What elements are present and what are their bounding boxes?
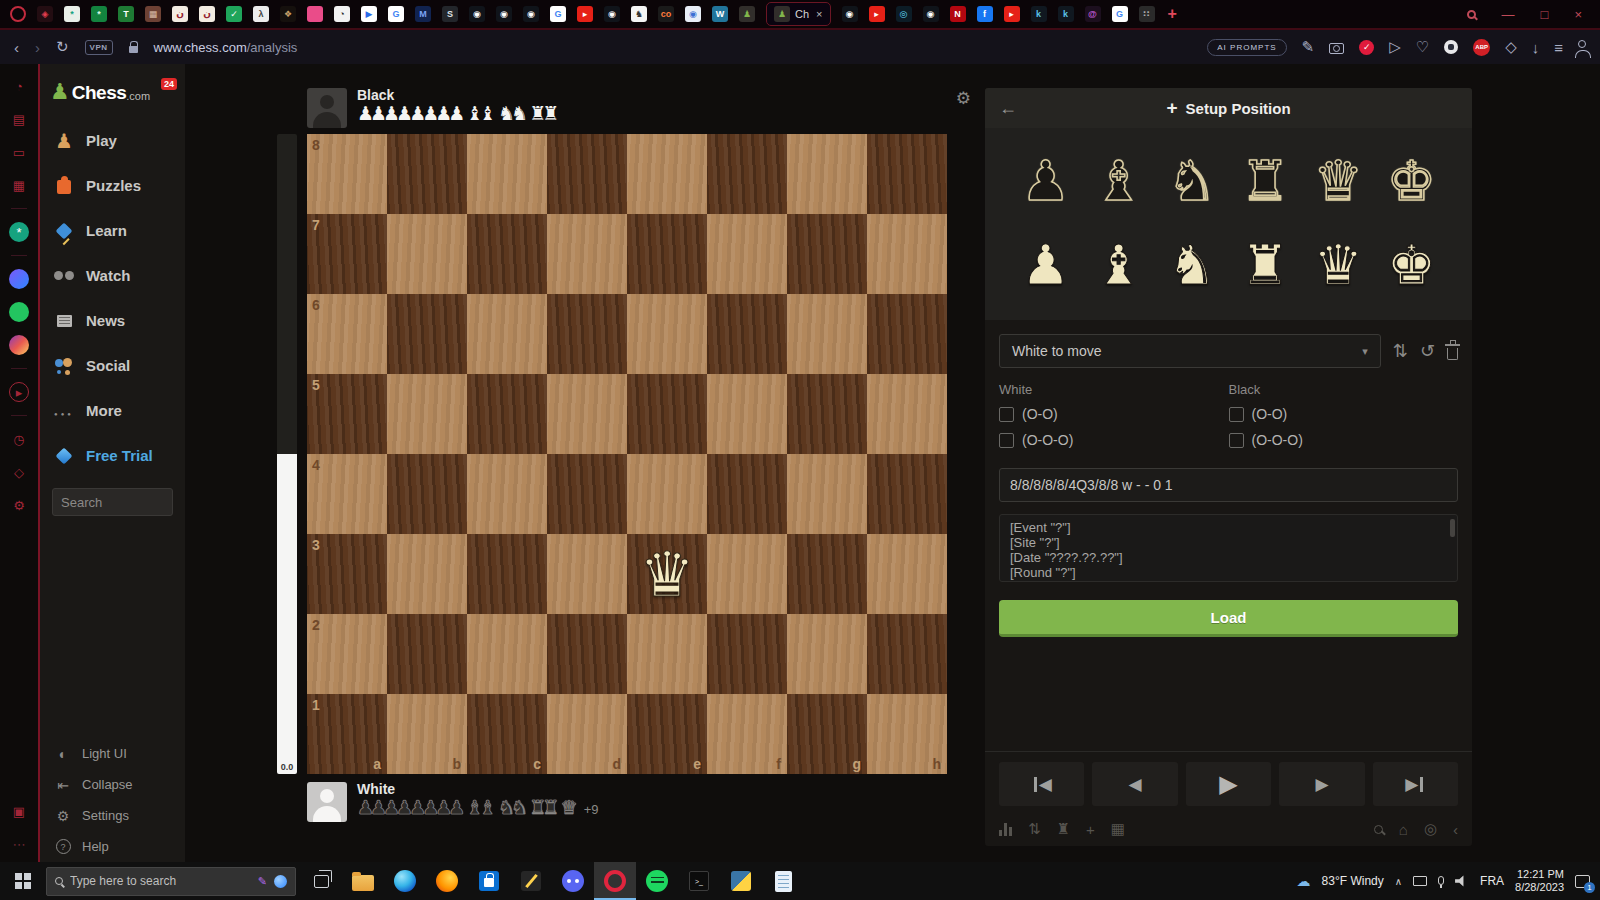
square-e3[interactable]: ♛	[627, 534, 707, 614]
browser-tab[interactable]: G	[388, 6, 404, 22]
pen-app-button[interactable]	[510, 862, 552, 900]
file-label: f	[776, 756, 781, 772]
browser-tab[interactable]: ◉	[604, 6, 620, 22]
browser-tab[interactable]	[307, 6, 323, 22]
snapshot-camera-icon[interactable]	[1329, 43, 1344, 54]
pieces-setup-icon[interactable]: ♜	[1057, 820, 1070, 838]
browser-tab[interactable]: ▸	[1004, 6, 1020, 22]
palette-black-queen[interactable]: ♛	[1302, 144, 1375, 218]
sidebar-footer-label: Settings	[82, 808, 129, 823]
send-icon[interactable]: ▷	[1389, 38, 1401, 56]
close-button[interactable]: ×	[1574, 7, 1582, 22]
bar	[1009, 827, 1012, 836]
browser-tab[interactable]: co	[658, 6, 674, 22]
installer-button[interactable]	[720, 862, 762, 900]
instagram-icon[interactable]	[9, 335, 29, 355]
spotify-button[interactable]	[636, 862, 678, 900]
rail-more-icon[interactable]: ⋯	[9, 834, 29, 854]
square-h1[interactable]: h	[867, 694, 947, 774]
checkbox[interactable]	[999, 433, 1014, 448]
square-a7[interactable]: 7	[307, 214, 387, 294]
tab-favicon: *	[64, 6, 80, 22]
browser-tab[interactable]: k	[1058, 6, 1074, 22]
file-label: c	[533, 756, 541, 772]
forward-icon[interactable]: ›	[35, 39, 40, 56]
square-a4[interactable]: 4	[307, 454, 387, 534]
reload-icon[interactable]: ↻	[56, 38, 69, 56]
browser-tab[interactable]: ◉	[923, 6, 939, 22]
whatsapp-icon[interactable]	[9, 302, 29, 322]
nav-play-button[interactable]: ▶	[1186, 762, 1271, 806]
square-c8[interactable]	[467, 134, 547, 214]
square-d7[interactable]	[547, 214, 627, 294]
square-h5[interactable]	[867, 374, 947, 454]
square-c5[interactable]	[467, 374, 547, 454]
palette-piece-glyph: ♛	[1314, 228, 1363, 302]
square-a3[interactable]: 3	[307, 534, 387, 614]
download-icon[interactable]: ↓	[1532, 39, 1540, 56]
task-view-button[interactable]	[300, 862, 342, 900]
tab-favicon: ن	[199, 6, 215, 22]
evaluation-icon[interactable]	[999, 823, 1012, 836]
chesscom-logo[interactable]: ♟ Chess .com 24	[40, 78, 185, 118]
plus-icon: +	[1166, 97, 1177, 119]
tab-favicon: k	[1031, 6, 1047, 22]
rail-divider	[11, 415, 27, 416]
start-button[interactable]	[0, 862, 46, 900]
cube-icon[interactable]: ◇	[1505, 38, 1517, 56]
edit-icon[interactable]: ✎	[1302, 38, 1315, 56]
notepad-button-icon	[775, 871, 792, 892]
palette-piece-glyph: ♝	[1094, 144, 1143, 218]
tab-favicon: ◉	[604, 6, 620, 22]
palette-white-king[interactable]: ♚	[1375, 228, 1448, 302]
turn-row: White to move ▾ ⇅ ↺	[999, 334, 1458, 368]
history-icon[interactable]: ◷	[9, 429, 29, 449]
sidebar-item-label: More	[86, 402, 122, 419]
square-g7[interactable]	[787, 214, 867, 294]
gx-corner-icon[interactable]: ◔	[9, 76, 29, 96]
square-d6[interactable]	[547, 294, 627, 374]
square-b4[interactable]	[387, 454, 467, 534]
maximize-button[interactable]: □	[1541, 7, 1549, 22]
square-c1[interactable]: c	[467, 694, 547, 774]
firefox-button[interactable]	[426, 862, 468, 900]
opera-logo[interactable]	[10, 6, 26, 22]
turn-dropdown[interactable]: White to move ▾	[999, 334, 1381, 368]
tab-favicon: λ	[253, 6, 269, 22]
tab-favicon: ✓	[226, 6, 242, 22]
square-f2[interactable]	[707, 614, 787, 694]
square-g4[interactable]	[787, 454, 867, 534]
palette-white-bishop[interactable]: ♝	[1082, 228, 1155, 302]
board-settings-gear-icon[interactable]: ⚙	[956, 88, 971, 109]
back-arrow-icon[interactable]: ←	[999, 98, 1017, 119]
square-e4[interactable]	[627, 454, 707, 534]
castling-white-label: White	[999, 382, 1229, 397]
square-e6[interactable]	[627, 294, 707, 374]
tab-close-icon[interactable]: ×	[816, 8, 822, 20]
tab-favicon: ▦	[145, 6, 161, 22]
square-f1[interactable]: f	[707, 694, 787, 774]
square-b7[interactable]	[387, 214, 467, 294]
opera-button[interactable]	[594, 862, 636, 900]
extensions-icon[interactable]: ◇	[9, 462, 29, 482]
square-e8[interactable]	[627, 134, 707, 214]
square-d1[interactable]: d	[547, 694, 627, 774]
pgn-textarea[interactable]: [Event "?"] [Site "?"] [Date "????.??.??…	[999, 514, 1458, 582]
browser-tab[interactable]: ▸	[577, 6, 593, 22]
square-b2[interactable]	[387, 614, 467, 694]
tab-favicon: G	[1112, 6, 1128, 22]
settings-rail-icon[interactable]: ⚙	[9, 495, 29, 515]
browser-tab[interactable]: ◉	[523, 6, 539, 22]
square-g6[interactable]	[787, 294, 867, 374]
sidebar-item-play[interactable]: ♟Play	[40, 118, 185, 163]
notification-center-icon[interactable]: 1	[1575, 875, 1590, 888]
browser-tab[interactable]: ◈	[37, 6, 53, 22]
white-queenside-castle[interactable]: (O-O-O)	[999, 432, 1229, 448]
square-b1[interactable]: b	[387, 694, 467, 774]
browser-tab[interactable]: ▶	[361, 6, 377, 22]
search-input[interactable]	[52, 488, 173, 516]
notification-count: 1	[1584, 882, 1595, 893]
browser-tab[interactable]: ❖	[280, 6, 296, 22]
tab-favicon: @	[1085, 6, 1101, 22]
palette-piece-glyph: ♚	[1387, 144, 1436, 218]
square-f4[interactable]	[707, 454, 787, 534]
bar	[1004, 823, 1007, 836]
nav-end-button[interactable]: ▶	[1373, 762, 1458, 806]
tab-killer-icon[interactable]: ▦	[9, 175, 29, 195]
square-g1[interactable]: g	[787, 694, 867, 774]
load-button[interactable]: Load	[999, 600, 1458, 637]
sidebar-item-learn[interactable]: Learn	[40, 208, 185, 253]
square-e2[interactable]	[627, 614, 707, 694]
extension-check-icon[interactable]: ✓	[1359, 40, 1374, 55]
square-f3[interactable]	[707, 534, 787, 614]
square-f8[interactable]	[707, 134, 787, 214]
sidebar-item-label: Learn	[86, 222, 127, 239]
heart-icon[interactable]: ♡	[1416, 38, 1429, 56]
browser-tab[interactable]: ن	[199, 6, 215, 22]
page-content: ◔▤▭▦*▸◷◇⚙▣⋯ ♟ Chess .com 24 ♟Play Puzzle…	[0, 64, 1600, 862]
zoom-icon[interactable]	[1374, 825, 1383, 834]
sidebar-item-more[interactable]: More	[40, 388, 185, 433]
square-c4[interactable]	[467, 454, 547, 534]
square-a8[interactable]: 8	[307, 134, 387, 214]
browser-tab[interactable]: ◔	[334, 6, 350, 22]
flip-setup-icon[interactable]: ⇅	[1393, 340, 1408, 362]
tab-favicon: W	[712, 6, 728, 22]
trash-icon[interactable]	[1447, 348, 1458, 360]
player-icon[interactable]: ▸	[9, 382, 29, 402]
browser-tab[interactable]: ◎	[896, 6, 912, 22]
reset-icon[interactable]: ↺	[1420, 340, 1435, 362]
learn-icon	[56, 222, 73, 239]
taskbar-search-input[interactable]	[70, 874, 251, 888]
palette-black-rook[interactable]: ♜	[1228, 144, 1301, 218]
square-a5[interactable]: 5	[307, 374, 387, 454]
ai-prompts-button[interactable]: AI PROMPTS	[1207, 39, 1286, 56]
adblock-icon[interactable]: ABP	[1473, 39, 1490, 56]
square-e1[interactable]: e	[627, 694, 707, 774]
logo-text: Chess	[72, 82, 127, 104]
pen-app-button-icon	[521, 871, 541, 891]
square-d2[interactable]	[547, 614, 627, 694]
sidebar-item-help[interactable]: ?Help	[40, 831, 185, 862]
snapshot-icon[interactable]: ▣	[9, 801, 29, 821]
palette-white-pawn[interactable]: ♟	[1009, 228, 1082, 302]
microphone-icon[interactable]	[1438, 876, 1444, 885]
rank-label: 5	[312, 377, 320, 393]
browser-tab[interactable]: G	[550, 6, 566, 22]
sidebar-item-collapse[interactable]: ⇤Collapse	[40, 769, 185, 800]
tab-favicon: co	[658, 6, 674, 22]
search-icon	[55, 877, 63, 885]
black-kingside-castle[interactable]: (O-O)	[1229, 406, 1459, 422]
square-e7[interactable]	[627, 214, 707, 294]
sidebar-item-label: News	[86, 312, 125, 329]
browser-tab[interactable]: ◉	[469, 6, 485, 22]
store-button[interactable]	[468, 862, 510, 900]
browser-tab[interactable]: ▦	[145, 6, 161, 22]
checkbox[interactable]	[999, 407, 1014, 422]
panel-header: ← + Setup Position	[985, 88, 1472, 128]
browser-tab[interactable]: ♟	[739, 6, 755, 22]
twitch-icon[interactable]: ▭	[9, 142, 29, 162]
installer-button-icon	[731, 871, 751, 891]
panel-title: Setup Position	[1186, 100, 1291, 117]
nav-glyph: ▶	[1219, 770, 1237, 798]
square-a6[interactable]: 6	[307, 294, 387, 374]
square-b6[interactable]	[387, 294, 467, 374]
square-d5[interactable]	[547, 374, 627, 454]
square-h2[interactable]	[867, 614, 947, 694]
sliders-icon[interactable]: ≡	[1554, 39, 1563, 56]
profile-icon[interactable]	[1578, 40, 1586, 48]
extension-icon[interactable]	[1444, 40, 1458, 54]
file-label: b	[452, 756, 461, 772]
weather-text[interactable]: 83°F Windy	[1322, 874, 1384, 888]
white-kingside-castle[interactable]: (O-O)	[999, 406, 1229, 422]
rail-divider	[11, 255, 27, 256]
easy-files-icon[interactable]: ▤	[9, 109, 29, 129]
palette-piece-glyph: ♞	[1167, 144, 1216, 218]
square-h3[interactable]	[867, 534, 947, 614]
square-g5[interactable]	[787, 374, 867, 454]
browser-tab[interactable]: ✓	[226, 6, 242, 22]
rank-label: 2	[312, 617, 320, 633]
palette-black-king[interactable]: ♚	[1375, 144, 1448, 218]
sidebar-item-free-trial[interactable]: Free Trial	[40, 433, 185, 478]
help-icon: ?	[56, 839, 71, 854]
browser-tab[interactable]: f	[977, 6, 993, 22]
chess-sidebar: ♟ Chess .com 24 ♟Play Puzzles Learn Watc…	[40, 64, 185, 862]
checkbox[interactable]	[1229, 433, 1244, 448]
square-g3[interactable]	[787, 534, 867, 614]
tab-favicon: ♟	[774, 6, 790, 22]
square-h7[interactable]	[867, 214, 947, 294]
square-b3[interactable]	[387, 534, 467, 614]
browser-tab[interactable]: ∷	[1139, 6, 1155, 22]
square-f6[interactable]	[707, 294, 787, 374]
browser-tab[interactable]: ◉	[496, 6, 512, 22]
browser-tab[interactable]: ◉	[842, 6, 858, 22]
browser-tab[interactable]: ◉	[685, 6, 701, 22]
square-a1[interactable]: 1a	[307, 694, 387, 774]
browser-tab[interactable]: ▸	[869, 6, 885, 22]
browser-tab[interactable]: M	[415, 6, 431, 22]
edge-button[interactable]	[384, 862, 426, 900]
chatgpt-icon[interactable]: *	[9, 222, 29, 242]
back-icon[interactable]: ‹	[14, 39, 19, 56]
browser-tab[interactable]: λ	[253, 6, 269, 22]
square-h8[interactable]	[867, 134, 947, 214]
collapse-icon: ⇤	[54, 777, 72, 793]
browser-tab[interactable]: S	[442, 6, 458, 22]
material-score: +9	[584, 799, 599, 821]
palette-white-knight[interactable]: ♞	[1155, 228, 1228, 302]
browser-tab[interactable]: T	[118, 6, 134, 22]
address-bar[interactable]: www.chess.com/analysis	[154, 40, 298, 55]
puzzles-icon	[57, 180, 71, 194]
square-h4[interactable]	[867, 454, 947, 534]
sidebar-item-label: Social	[86, 357, 130, 374]
setup-controls: White to move ▾ ⇅ ↺ White (O-O) (O-O-O) …	[985, 320, 1472, 651]
black-queenside-castle[interactable]: (O-O-O)	[1229, 432, 1459, 448]
tab-favicon: ◉	[469, 6, 485, 22]
browser-tab[interactable]: k	[1031, 6, 1047, 22]
square-e5[interactable]	[627, 374, 707, 454]
black-avatar[interactable]	[307, 88, 347, 128]
square-d8[interactable]	[547, 134, 627, 214]
browser-tab[interactable]: *	[91, 6, 107, 22]
pen-sparkle-icon: ✎	[258, 875, 267, 888]
util-row: ⇅♜+▦ ⌂◎‹	[999, 820, 1458, 838]
nav-controls: ◀◀▶▶▶	[999, 762, 1458, 806]
sidebar-item-watch[interactable]: Watch	[40, 253, 185, 298]
tab-favicon: G	[550, 6, 566, 22]
vpn-badge[interactable]: VPN	[85, 40, 113, 55]
weather-icon[interactable]: ☁	[1297, 873, 1311, 889]
browser-tab[interactable]: ♞	[631, 6, 647, 22]
nav-prev-button[interactable]: ◀	[1092, 762, 1177, 806]
flip-board-icon[interactable]: ⇅	[1028, 820, 1041, 838]
explorer-icon[interactable]: ⌂	[1399, 821, 1408, 838]
square-g2[interactable]	[787, 614, 867, 694]
notepad-button[interactable]	[762, 862, 804, 900]
browser-search-icon[interactable]	[1467, 10, 1476, 19]
browser-tab[interactable]: W	[712, 6, 728, 22]
browser-tab[interactable]: ن	[172, 6, 188, 22]
nav-glyph: ▶	[1315, 774, 1328, 795]
clock[interactable]: 12:21 PM 8/28/2023	[1515, 868, 1564, 894]
browser-tab[interactable]: *	[64, 6, 80, 22]
tab-favicon: ◉	[496, 6, 512, 22]
speaker-icon[interactable]	[1455, 875, 1469, 887]
file-label: a	[373, 756, 381, 772]
gear-icon: ⚙	[54, 808, 72, 824]
square-b5[interactable]	[387, 374, 467, 454]
practice-icon[interactable]: ◎	[1424, 820, 1437, 838]
fen-input[interactable]	[999, 468, 1458, 502]
square-c7[interactable]	[467, 214, 547, 294]
share-icon[interactable]: ‹	[1453, 821, 1458, 838]
square-g8[interactable]	[787, 134, 867, 214]
browser-tab[interactable]: G	[1112, 6, 1128, 22]
square-d4[interactable]	[547, 454, 627, 534]
spotify-button-icon	[646, 870, 668, 892]
sidebar-item-label: Free Trial	[86, 447, 153, 464]
browser-tab[interactable]: N	[950, 6, 966, 22]
messenger-icon[interactable]	[9, 269, 29, 289]
square-d3[interactable]	[547, 534, 627, 614]
taskbar-apps	[300, 862, 804, 900]
sidebar-item-light-ui[interactable]: ◐Light UI	[40, 738, 185, 769]
sidebar-item-settings[interactable]: ⚙Settings	[40, 800, 185, 831]
new-tab-button[interactable]: +	[1168, 5, 1177, 23]
white-avatar[interactable]	[307, 782, 347, 822]
board-editor-icon[interactable]: ▦	[1111, 820, 1125, 838]
square-b8[interactable]	[387, 134, 467, 214]
taskbar-search[interactable]: ✎	[46, 867, 296, 896]
palette-black-bishop[interactable]: ♝	[1082, 144, 1155, 218]
palette-white-queen[interactable]: ♛	[1302, 228, 1375, 302]
palette-white-rook[interactable]: ♜	[1228, 228, 1301, 302]
rank-label: 1	[312, 697, 320, 713]
square-h6[interactable]	[867, 294, 947, 374]
language-indicator[interactable]: FRA	[1480, 874, 1504, 888]
square-c2[interactable]	[467, 614, 547, 694]
browser-tab-bar: ◈**T▦نن✓λ❖◔▶GMS◉◉◉G▸◉♞co◉W♟♟Ch×◉▸◎◉Nf▸kk…	[0, 0, 1600, 30]
palette-piece-glyph: ♚	[1387, 228, 1436, 302]
chevron-down-icon: ▾	[1362, 345, 1368, 358]
file-label: d	[612, 756, 621, 772]
assistant-icon	[274, 875, 287, 888]
tab-favicon: G	[388, 6, 404, 22]
nav-next-button[interactable]: ▶	[1279, 762, 1364, 806]
tray-expand-icon[interactable]: ∧	[1395, 876, 1402, 887]
square-a2[interactable]: 2	[307, 614, 387, 694]
scrollbar-thumb[interactable]	[1450, 519, 1455, 537]
sidebar-item-puzzles[interactable]: Puzzles	[40, 163, 185, 208]
windows-taskbar: ✎ ☁ 83°F Windy ∧ FRA 12:21 PM 8/28/2023 …	[0, 862, 1600, 900]
palette-black-knight[interactable]: ♞	[1155, 144, 1228, 218]
palette-black-pawn[interactable]: ♟	[1009, 144, 1082, 218]
nav-start-button[interactable]: ◀	[999, 762, 1084, 806]
sidebar-item-news[interactable]: News	[40, 298, 185, 343]
network-icon[interactable]	[1413, 876, 1427, 886]
palette-piece-glyph: ♜	[1240, 228, 1289, 302]
sidebar-item-social[interactable]: Social	[40, 343, 185, 388]
square-f5[interactable]	[707, 374, 787, 454]
browser-tab[interactable]: @	[1085, 6, 1101, 22]
discord-button[interactable]	[552, 862, 594, 900]
tab-favicon: ◉	[685, 6, 701, 22]
minimize-button[interactable]: —	[1502, 7, 1515, 22]
checkbox[interactable]	[1229, 407, 1244, 422]
square-c6[interactable]	[467, 294, 547, 374]
browser-tab-active[interactable]: ♟Ch×	[766, 2, 831, 26]
terminal-button[interactable]	[678, 862, 720, 900]
file-explorer-button[interactable]	[342, 862, 384, 900]
square-c3[interactable]	[467, 534, 547, 614]
piece-white-queen[interactable]: ♛	[627, 534, 707, 614]
board-row: 0.0 876543♛21abcdefgh	[277, 134, 985, 774]
add-line-icon[interactable]: +	[1086, 821, 1095, 838]
square-f7[interactable]	[707, 214, 787, 294]
